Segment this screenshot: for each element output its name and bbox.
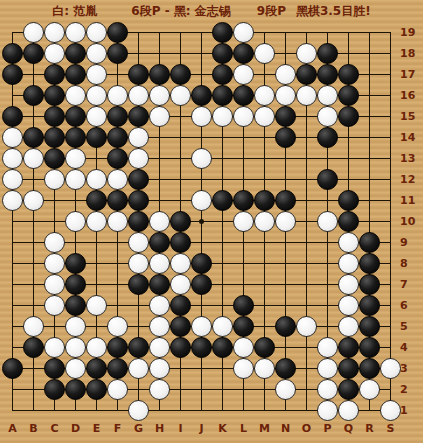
stone-white bbox=[149, 337, 170, 358]
stone-black bbox=[338, 85, 359, 106]
stone-white bbox=[107, 211, 128, 232]
stone-white bbox=[2, 169, 23, 190]
stone-black bbox=[359, 253, 380, 274]
row-label: 12 bbox=[400, 169, 422, 190]
col-label: I bbox=[170, 421, 191, 437]
stone-white bbox=[317, 106, 338, 127]
stone-black bbox=[2, 106, 23, 127]
stone-white bbox=[86, 337, 107, 358]
stone-black bbox=[212, 337, 233, 358]
players-middle-label: 6段P - 黑: 金志锡 bbox=[131, 3, 230, 20]
col-label: Q bbox=[338, 421, 359, 437]
stone-white bbox=[317, 379, 338, 400]
row-label: 11 bbox=[400, 190, 422, 211]
col-label: B bbox=[23, 421, 44, 437]
col-label: C bbox=[44, 421, 65, 437]
stone-white bbox=[149, 85, 170, 106]
game-info-header: 白: 范胤 6段P - 黑: 金志锡 9段P 黑棋3.5目胜! bbox=[0, 0, 423, 22]
stone-white bbox=[233, 64, 254, 85]
stone-white bbox=[65, 358, 86, 379]
stone-black bbox=[107, 190, 128, 211]
stone-black bbox=[317, 127, 338, 148]
row-label: 14 bbox=[400, 127, 422, 148]
stone-white bbox=[128, 358, 149, 379]
stone-black bbox=[191, 85, 212, 106]
stone-white bbox=[128, 127, 149, 148]
stone-black bbox=[233, 316, 254, 337]
row-label: 1 bbox=[400, 400, 422, 421]
stone-black bbox=[128, 64, 149, 85]
stone-black bbox=[254, 190, 275, 211]
stone-white bbox=[86, 43, 107, 64]
stone-white bbox=[338, 253, 359, 274]
col-label: N bbox=[275, 421, 296, 437]
stone-white bbox=[296, 85, 317, 106]
stone-white bbox=[338, 295, 359, 316]
stone-black bbox=[107, 43, 128, 64]
stone-black bbox=[107, 127, 128, 148]
stone-black bbox=[23, 337, 44, 358]
stone-black bbox=[233, 43, 254, 64]
stone-black bbox=[23, 43, 44, 64]
row-label: 8 bbox=[400, 253, 422, 274]
stone-white bbox=[233, 106, 254, 127]
stone-black bbox=[338, 337, 359, 358]
stone-white bbox=[86, 64, 107, 85]
stone-black bbox=[170, 295, 191, 316]
stone-white bbox=[23, 148, 44, 169]
stone-black bbox=[170, 232, 191, 253]
stone-white bbox=[296, 43, 317, 64]
stone-black bbox=[107, 337, 128, 358]
stone-black bbox=[65, 127, 86, 148]
stone-white bbox=[86, 211, 107, 232]
stone-white bbox=[359, 379, 380, 400]
stone-black bbox=[170, 211, 191, 232]
stone-black bbox=[338, 211, 359, 232]
stone-black bbox=[275, 316, 296, 337]
stone-black bbox=[338, 190, 359, 211]
stone-black bbox=[338, 379, 359, 400]
stone-black bbox=[359, 358, 380, 379]
col-label: M bbox=[254, 421, 275, 437]
stone-black bbox=[128, 169, 149, 190]
stone-black bbox=[65, 274, 86, 295]
stone-black bbox=[128, 211, 149, 232]
star-point bbox=[199, 219, 204, 224]
row-label: 3 bbox=[400, 358, 422, 379]
col-label: G bbox=[128, 421, 149, 437]
stone-white bbox=[275, 85, 296, 106]
row-label: 7 bbox=[400, 274, 422, 295]
stone-white bbox=[65, 337, 86, 358]
stone-white bbox=[254, 358, 275, 379]
stone-black bbox=[170, 337, 191, 358]
stone-white bbox=[149, 358, 170, 379]
stone-white bbox=[233, 358, 254, 379]
stone-black bbox=[170, 316, 191, 337]
stone-black bbox=[86, 127, 107, 148]
stone-black bbox=[2, 43, 23, 64]
col-label: F bbox=[107, 421, 128, 437]
stone-black bbox=[44, 127, 65, 148]
stone-black bbox=[275, 106, 296, 127]
stone-white bbox=[107, 85, 128, 106]
stone-white bbox=[191, 106, 212, 127]
col-label: E bbox=[86, 421, 107, 437]
stone-black bbox=[65, 64, 86, 85]
stone-black bbox=[359, 232, 380, 253]
stone-white bbox=[317, 211, 338, 232]
col-label: J bbox=[191, 421, 212, 437]
stone-black bbox=[107, 22, 128, 43]
stone-black bbox=[128, 106, 149, 127]
stone-white bbox=[149, 295, 170, 316]
stone-white bbox=[44, 232, 65, 253]
col-label: A bbox=[2, 421, 23, 437]
stone-black bbox=[65, 106, 86, 127]
row-label: 6 bbox=[400, 295, 422, 316]
row-label: 4 bbox=[400, 337, 422, 358]
stone-white bbox=[65, 316, 86, 337]
stone-white bbox=[23, 22, 44, 43]
stone-white bbox=[149, 253, 170, 274]
col-label: R bbox=[359, 421, 380, 437]
stone-white bbox=[338, 232, 359, 253]
stone-white bbox=[44, 253, 65, 274]
stone-white bbox=[170, 85, 191, 106]
row-label: 5 bbox=[400, 316, 422, 337]
stone-black bbox=[44, 358, 65, 379]
stone-black bbox=[149, 232, 170, 253]
stone-black bbox=[170, 64, 191, 85]
stone-white bbox=[212, 316, 233, 337]
stone-black bbox=[128, 190, 149, 211]
stone-white bbox=[338, 316, 359, 337]
stone-black bbox=[275, 127, 296, 148]
stone-white bbox=[317, 400, 338, 421]
row-label: 2 bbox=[400, 379, 422, 400]
row-label: 18 bbox=[400, 43, 422, 64]
white-player-label: 白: 范胤 bbox=[52, 3, 97, 20]
stone-white bbox=[275, 379, 296, 400]
stone-black bbox=[23, 85, 44, 106]
stone-white bbox=[128, 400, 149, 421]
stone-white bbox=[254, 43, 275, 64]
stone-black bbox=[107, 148, 128, 169]
stone-white bbox=[275, 211, 296, 232]
stone-black bbox=[149, 274, 170, 295]
stone-black bbox=[149, 64, 170, 85]
stone-black bbox=[44, 106, 65, 127]
stone-white bbox=[191, 190, 212, 211]
stone-white bbox=[254, 211, 275, 232]
stone-black bbox=[2, 358, 23, 379]
stone-white bbox=[191, 316, 212, 337]
stone-white bbox=[107, 169, 128, 190]
stone-white bbox=[233, 211, 254, 232]
stone-white bbox=[170, 274, 191, 295]
col-label: K bbox=[212, 421, 233, 437]
row-label: 13 bbox=[400, 148, 422, 169]
stone-black bbox=[86, 358, 107, 379]
stone-black bbox=[128, 337, 149, 358]
stone-black bbox=[254, 337, 275, 358]
row-label: 9 bbox=[400, 232, 422, 253]
stone-black bbox=[86, 379, 107, 400]
stone-black bbox=[44, 85, 65, 106]
stone-white bbox=[338, 400, 359, 421]
stone-white bbox=[23, 316, 44, 337]
stone-white bbox=[2, 127, 23, 148]
stone-white bbox=[2, 190, 23, 211]
stone-white bbox=[149, 316, 170, 337]
stone-white bbox=[128, 232, 149, 253]
stone-white bbox=[44, 274, 65, 295]
stone-black bbox=[212, 64, 233, 85]
col-label: S bbox=[380, 421, 401, 437]
stone-white bbox=[23, 190, 44, 211]
stone-white bbox=[65, 85, 86, 106]
stone-black bbox=[212, 43, 233, 64]
stone-black bbox=[44, 379, 65, 400]
stone-white bbox=[149, 211, 170, 232]
stone-white bbox=[317, 85, 338, 106]
stone-black bbox=[359, 295, 380, 316]
stone-white bbox=[65, 211, 86, 232]
go-board[interactable] bbox=[2, 22, 401, 421]
col-labels: ABCDEFGHIJKLMNOPQRS bbox=[2, 421, 401, 437]
stone-white bbox=[107, 316, 128, 337]
row-label: 19 bbox=[400, 22, 422, 43]
stone-black bbox=[233, 190, 254, 211]
stone-black bbox=[191, 274, 212, 295]
stone-white bbox=[296, 316, 317, 337]
col-label: L bbox=[233, 421, 254, 437]
stone-white bbox=[254, 106, 275, 127]
stone-black bbox=[2, 64, 23, 85]
stone-white bbox=[233, 337, 254, 358]
stone-black bbox=[212, 22, 233, 43]
stone-black bbox=[338, 358, 359, 379]
stone-white bbox=[170, 253, 191, 274]
stone-white bbox=[128, 148, 149, 169]
stone-white bbox=[338, 274, 359, 295]
stone-white bbox=[128, 253, 149, 274]
stone-white bbox=[44, 22, 65, 43]
stone-white bbox=[275, 64, 296, 85]
row-label: 10 bbox=[400, 211, 422, 232]
go-game-screenshot: { "game": "go", "header": { "white_label… bbox=[0, 0, 423, 443]
stone-black bbox=[275, 358, 296, 379]
col-label: P bbox=[317, 421, 338, 437]
stone-white bbox=[128, 85, 149, 106]
stone-black bbox=[233, 85, 254, 106]
stone-white bbox=[86, 22, 107, 43]
stone-black bbox=[296, 64, 317, 85]
stone-white bbox=[317, 337, 338, 358]
stone-black bbox=[359, 337, 380, 358]
stone-black bbox=[65, 43, 86, 64]
stone-white bbox=[317, 358, 338, 379]
stone-black bbox=[23, 127, 44, 148]
stone-white bbox=[86, 295, 107, 316]
stone-white bbox=[86, 106, 107, 127]
black-rank-label: 9段P bbox=[257, 3, 286, 20]
stone-black bbox=[338, 64, 359, 85]
stone-black bbox=[44, 148, 65, 169]
col-label: O bbox=[296, 421, 317, 437]
stone-white bbox=[86, 169, 107, 190]
stone-black bbox=[86, 190, 107, 211]
stone-black bbox=[65, 295, 86, 316]
stone-white bbox=[149, 106, 170, 127]
result-label: 黑棋3.5目胜! bbox=[296, 3, 371, 20]
stone-white bbox=[86, 85, 107, 106]
row-label: 15 bbox=[400, 106, 422, 127]
stone-white bbox=[65, 22, 86, 43]
stone-white bbox=[233, 22, 254, 43]
stone-black bbox=[275, 190, 296, 211]
stone-black bbox=[212, 190, 233, 211]
stone-black bbox=[359, 274, 380, 295]
stone-black bbox=[233, 295, 254, 316]
stone-black bbox=[338, 106, 359, 127]
stone-black bbox=[317, 43, 338, 64]
stone-white bbox=[191, 148, 212, 169]
stone-white bbox=[65, 148, 86, 169]
stone-black bbox=[191, 337, 212, 358]
row-labels: 19181716151413121110987654321 bbox=[398, 22, 423, 421]
stone-black bbox=[317, 64, 338, 85]
stone-white bbox=[44, 337, 65, 358]
stone-white bbox=[212, 106, 233, 127]
stone-black bbox=[191, 253, 212, 274]
col-label: D bbox=[65, 421, 86, 437]
stone-black bbox=[44, 64, 65, 85]
stone-white bbox=[254, 85, 275, 106]
stone-black bbox=[65, 379, 86, 400]
stone-white bbox=[149, 379, 170, 400]
stone-black bbox=[65, 253, 86, 274]
stone-black bbox=[107, 358, 128, 379]
stone-black bbox=[128, 274, 149, 295]
stone-white bbox=[65, 169, 86, 190]
stone-white bbox=[44, 169, 65, 190]
stone-black bbox=[317, 169, 338, 190]
row-label: 16 bbox=[400, 85, 422, 106]
stone-white bbox=[107, 379, 128, 400]
stone-black bbox=[359, 316, 380, 337]
stone-white bbox=[44, 43, 65, 64]
stone-black bbox=[107, 106, 128, 127]
stone-black bbox=[212, 85, 233, 106]
stone-white bbox=[44, 295, 65, 316]
row-label: 17 bbox=[400, 64, 422, 85]
col-label: H bbox=[149, 421, 170, 437]
stone-white bbox=[2, 148, 23, 169]
